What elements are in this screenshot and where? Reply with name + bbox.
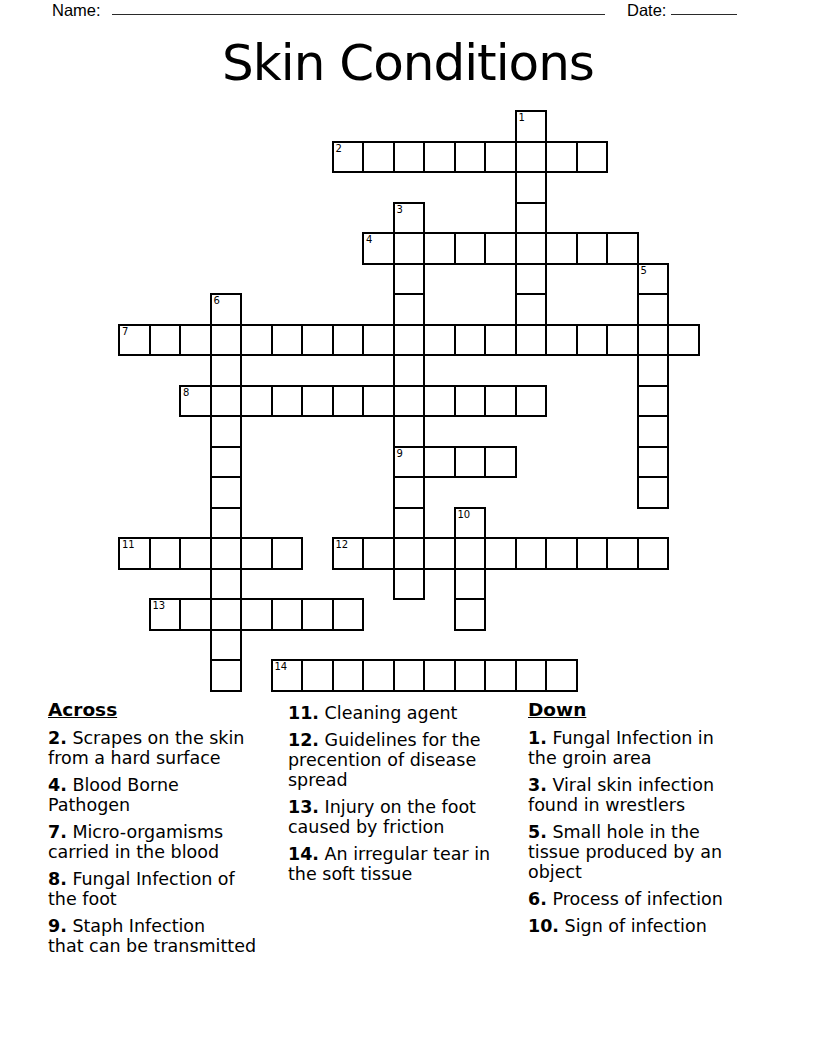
cell-r10-c9[interactable] (393, 415, 426, 448)
cell-number-12: 12 (336, 539, 349, 550)
cell-r9-c12[interactable] (484, 385, 517, 418)
cell-r1-c9[interactable] (393, 141, 426, 174)
cell-r8-c17[interactable] (637, 354, 670, 387)
down-clues-column: Down 1. Fungal Infection in the groin ar… (528, 700, 771, 943)
down-clue-5: 5. Small hole in the tissue produced by … (528, 822, 771, 882)
clue-text: Fungal Infection of the foot (48, 869, 235, 909)
cell-r12-c9[interactable] (393, 476, 426, 509)
cell-r9-c17[interactable] (637, 385, 670, 418)
cell-number-10: 10 (458, 509, 471, 520)
cell-r14-c7[interactable]: 12 (332, 537, 365, 570)
cell-r12-c3[interactable] (210, 476, 243, 509)
cell-r9-c7[interactable] (332, 385, 365, 418)
cell-r8-c3[interactable] (210, 354, 243, 387)
across-clue-14: 14. An irregular tear in the soft tissue (288, 844, 531, 884)
cell-r1-c10[interactable] (423, 141, 456, 174)
clue-text: Viral skin infection found in wrestlers (528, 775, 714, 815)
cell-number-2: 2 (336, 143, 342, 154)
cell-r15-c3[interactable] (210, 568, 243, 601)
cell-r7-c2[interactable] (179, 324, 212, 357)
cell-r3-c9[interactable]: 3 (393, 202, 426, 235)
down-clue-1: 1. Fungal Infection in the groin area (528, 728, 771, 768)
cell-r18-c9[interactable] (393, 659, 426, 692)
down-clues-list: 1. Fungal Infection in the groin area3. … (528, 728, 771, 936)
cell-r16-c7[interactable] (332, 598, 365, 631)
cell-r11-c3[interactable] (210, 446, 243, 479)
cell-r11-c12[interactable] (484, 446, 517, 479)
cell-r18-c12[interactable] (484, 659, 517, 692)
cell-r15-c11[interactable] (454, 568, 487, 601)
cell-r14-c5[interactable] (271, 537, 304, 570)
clue-number: 13. (288, 797, 319, 817)
cell-r18-c6[interactable] (301, 659, 334, 692)
cell-r9-c10[interactable] (423, 385, 456, 418)
across-clues-column-2: 11. Cleaning agent12. Guidelines for the… (288, 703, 531, 891)
cell-r4-c13[interactable] (515, 232, 548, 265)
clue-text: Process of infection (547, 889, 723, 909)
cell-r16-c6[interactable] (301, 598, 334, 631)
cell-r18-c14[interactable] (545, 659, 578, 692)
clue-text: Blood Borne Pathogen (48, 775, 179, 815)
cell-r11-c10[interactable] (423, 446, 456, 479)
clue-number: 3. (528, 775, 547, 795)
cell-r18-c10[interactable] (423, 659, 456, 692)
cell-r16-c4[interactable] (240, 598, 273, 631)
cell-r14-c13[interactable] (515, 537, 548, 570)
cell-r6-c17[interactable] (637, 293, 670, 326)
cell-r4-c12[interactable] (484, 232, 517, 265)
cell-r4-c14[interactable] (545, 232, 578, 265)
cell-r14-c15[interactable] (576, 537, 609, 570)
across-clues-list-1: 2. Scrapes on the skin from a hard surfa… (48, 728, 291, 956)
cell-number-8: 8 (183, 387, 189, 398)
cell-r11-c11[interactable] (454, 446, 487, 479)
date-label: Date: (627, 1, 666, 19)
cell-r7-c0[interactable]: 7 (118, 324, 151, 357)
clue-text: An irregular tear in the soft tissue (288, 844, 490, 884)
clue-text: Small hole in the tissue produced by an … (528, 822, 722, 882)
cell-r9-c4[interactable] (240, 385, 273, 418)
cell-r7-c16[interactable] (606, 324, 639, 357)
cell-number-3: 3 (397, 204, 403, 215)
across-clue-8: 8. Fungal Infection of the foot (48, 869, 291, 909)
cell-r16-c11[interactable] (454, 598, 487, 631)
cell-r7-c1[interactable] (149, 324, 182, 357)
clue-text: Fungal Infection in the groin area (528, 728, 714, 768)
down-clue-6: 6. Process of infection (528, 889, 771, 909)
cell-r14-c10[interactable] (423, 537, 456, 570)
across-clue-13: 13. Injury on the foot caused by frictio… (288, 797, 531, 837)
cell-r9-c3[interactable] (210, 385, 243, 418)
cell-r14-c14[interactable] (545, 537, 578, 570)
cell-r5-c17[interactable]: 5 (637, 263, 670, 296)
cell-r7-c14[interactable] (545, 324, 578, 357)
clue-number: 7. (48, 822, 67, 842)
cell-r7-c18[interactable] (667, 324, 700, 357)
cell-number-4: 4 (366, 234, 372, 245)
cell-r7-c8[interactable] (362, 324, 395, 357)
cell-r3-c13[interactable] (515, 202, 548, 235)
cell-r7-c5[interactable] (271, 324, 304, 357)
cell-r14-c1[interactable] (149, 537, 182, 570)
cell-r7-c17[interactable] (637, 324, 670, 357)
across-clue-2: 2. Scrapes on the skin from a hard surfa… (48, 728, 291, 768)
cell-r13-c3[interactable] (210, 507, 243, 540)
cell-r14-c12[interactable] (484, 537, 517, 570)
clue-text: Staph Infection that can be transmitted (48, 916, 256, 956)
clue-number: 12. (288, 730, 319, 750)
clue-number: 8. (48, 869, 67, 889)
cell-r18-c5[interactable]: 14 (271, 659, 304, 692)
cell-r16-c3[interactable] (210, 598, 243, 631)
cell-number-11: 11 (122, 539, 135, 550)
across-clue-12: 12. Guidelines for the precention of dis… (288, 730, 531, 790)
cell-r1-c8[interactable] (362, 141, 395, 174)
cell-r14-c17[interactable] (637, 537, 670, 570)
name-label: Name: (52, 1, 101, 19)
cell-r18-c8[interactable] (362, 659, 395, 692)
cell-r4-c16[interactable] (606, 232, 639, 265)
cell-r17-c3[interactable] (210, 629, 243, 662)
cell-r18-c13[interactable] (515, 659, 548, 692)
cell-r1-c15[interactable] (576, 141, 609, 174)
cell-r9-c11[interactable] (454, 385, 487, 418)
cell-r14-c11[interactable] (454, 537, 487, 570)
clue-number: 4. (48, 775, 67, 795)
clue-number: 6. (528, 889, 547, 909)
cell-r9-c8[interactable] (362, 385, 395, 418)
cell-r1-c11[interactable] (454, 141, 487, 174)
across-heading: Across (48, 700, 291, 720)
across-clues-column-1: Across 2. Scrapes on the skin from a har… (48, 700, 291, 963)
cell-r6-c3[interactable]: 6 (210, 293, 243, 326)
cell-r18-c3[interactable] (210, 659, 243, 692)
cell-r9-c9[interactable] (393, 385, 426, 418)
clue-number: 11. (288, 703, 319, 723)
cell-r5-c13[interactable] (515, 263, 548, 296)
cell-r7-c7[interactable] (332, 324, 365, 357)
cell-r14-c4[interactable] (240, 537, 273, 570)
cell-r1-c13[interactable] (515, 141, 548, 174)
cell-r9-c2[interactable]: 8 (179, 385, 212, 418)
cell-r16-c2[interactable] (179, 598, 212, 631)
clue-number: 1. (528, 728, 547, 748)
cell-r18-c7[interactable] (332, 659, 365, 692)
cell-number-9: 9 (397, 448, 403, 459)
cell-r16-c5[interactable] (271, 598, 304, 631)
cell-r7-c3[interactable] (210, 324, 243, 357)
cell-r9-c5[interactable] (271, 385, 304, 418)
cell-r18-c11[interactable] (454, 659, 487, 692)
clue-number: 10. (528, 916, 559, 936)
cell-number-14: 14 (275, 661, 288, 672)
cell-r7-c6[interactable] (301, 324, 334, 357)
page-title: Skin Conditions (0, 34, 816, 92)
cell-r7-c9[interactable] (393, 324, 426, 357)
cell-r7-c13[interactable] (515, 324, 548, 357)
cell-r7-c15[interactable] (576, 324, 609, 357)
cell-r7-c10[interactable] (423, 324, 456, 357)
cell-r9-c6[interactable] (301, 385, 334, 418)
clue-text: Cleaning agent (319, 703, 457, 723)
cell-r1-c12[interactable] (484, 141, 517, 174)
clue-number: 14. (288, 844, 319, 864)
cell-r7-c4[interactable] (240, 324, 273, 357)
cell-r7-c12[interactable] (484, 324, 517, 357)
cell-number-1: 1 (519, 112, 525, 123)
cell-r5-c9[interactable] (393, 263, 426, 296)
across-clue-4: 4. Blood Borne Pathogen (48, 775, 291, 815)
cell-r1-c7[interactable]: 2 (332, 141, 365, 174)
cell-r14-c8[interactable] (362, 537, 395, 570)
cell-r7-c11[interactable] (454, 324, 487, 357)
cell-r11-c9[interactable]: 9 (393, 446, 426, 479)
cell-r9-c13[interactable] (515, 385, 548, 418)
clue-number: 2. (48, 728, 67, 748)
clue-text: Micro-orgamisms carried in the blood (48, 822, 223, 862)
across-clue-7: 7. Micro-orgamisms carried in the blood (48, 822, 291, 862)
clue-text: Sign of infection (559, 916, 707, 936)
cell-r4-c15[interactable] (576, 232, 609, 265)
cell-r4-c9[interactable] (393, 232, 426, 265)
cell-r6-c13[interactable] (515, 293, 548, 326)
cell-r14-c9[interactable] (393, 537, 426, 570)
cell-r10-c3[interactable] (210, 415, 243, 448)
date-input-line[interactable] (671, 0, 737, 15)
cell-number-6: 6 (214, 295, 220, 306)
cell-r14-c0[interactable]: 11 (118, 537, 151, 570)
cell-r1-c14[interactable] (545, 141, 578, 174)
clue-text: Scrapes on the skin from a hard surface (48, 728, 244, 768)
down-clue-10: 10. Sign of infection (528, 916, 771, 936)
down-heading: Down (528, 700, 771, 720)
cell-r6-c9[interactable] (393, 293, 426, 326)
cell-r12-c17[interactable] (637, 476, 670, 509)
cell-r4-c8[interactable]: 4 (362, 232, 395, 265)
cell-r14-c2[interactable] (179, 537, 212, 570)
clue-number: 5. (528, 822, 547, 842)
across-clue-11: 11. Cleaning agent (288, 703, 531, 723)
name-input-line[interactable] (112, 0, 605, 15)
cell-r8-c9[interactable] (393, 354, 426, 387)
down-clue-3: 3. Viral skin infection found in wrestle… (528, 775, 771, 815)
cell-r16-c1[interactable]: 13 (149, 598, 182, 631)
cell-number-13: 13 (153, 600, 166, 611)
cell-r15-c9[interactable] (393, 568, 426, 601)
cell-r13-c11[interactable]: 10 (454, 507, 487, 540)
clue-number: 9. (48, 916, 67, 936)
cell-r2-c13[interactable] (515, 171, 548, 204)
crossword-grid: 1234567891011121314 (118, 110, 700, 692)
cell-r14-c16[interactable] (606, 537, 639, 570)
cell-number-7: 7 (122, 326, 128, 337)
cell-r13-c9[interactable] (393, 507, 426, 540)
cell-r10-c17[interactable] (637, 415, 670, 448)
cell-r0-c13[interactable]: 1 (515, 110, 548, 143)
across-clue-9: 9. Staph Infection that can be transmitt… (48, 916, 291, 956)
cell-number-5: 5 (641, 265, 647, 276)
cell-r14-c3[interactable] (210, 537, 243, 570)
cell-r4-c11[interactable] (454, 232, 487, 265)
cell-r11-c17[interactable] (637, 446, 670, 479)
across-clues-list-2: 11. Cleaning agent12. Guidelines for the… (288, 703, 531, 884)
cell-r4-c10[interactable] (423, 232, 456, 265)
